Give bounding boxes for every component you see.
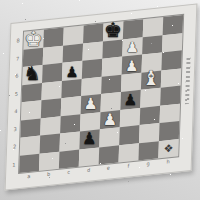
square-c5[interactable] <box>61 78 82 98</box>
square-e1[interactable] <box>99 145 120 165</box>
square-h4[interactable] <box>160 86 181 106</box>
square-h6[interactable] <box>161 50 182 70</box>
square-a2[interactable] <box>20 136 41 156</box>
square-h7[interactable] <box>162 33 183 53</box>
square-c4[interactable] <box>61 96 82 116</box>
square-h8[interactable] <box>163 15 184 35</box>
file-label-f: f <box>118 162 138 169</box>
square-b2[interactable] <box>40 133 61 153</box>
rank-label-2: 2 <box>10 144 19 150</box>
file-label-d: d <box>79 167 99 174</box>
black-knight-a6[interactable]: ♞ <box>22 58 42 84</box>
square-g1[interactable] <box>138 141 159 161</box>
rank-label-5: 5 <box>12 91 21 97</box>
black-pawn-f4[interactable]: ♟ <box>120 86 140 108</box>
brand-text-vertical <box>185 57 191 104</box>
square-b4[interactable] <box>41 98 62 118</box>
square-f3[interactable] <box>120 107 141 127</box>
square-c8[interactable] <box>63 25 84 45</box>
square-b6[interactable] <box>42 63 63 83</box>
square-e5[interactable] <box>101 74 122 94</box>
square-a1[interactable] <box>19 153 40 173</box>
white-bishop-g5[interactable]: ♝ <box>141 62 161 88</box>
square-f2[interactable] <box>119 125 140 145</box>
square-c2[interactable] <box>59 131 80 151</box>
chess-board: ❖ <box>19 15 183 173</box>
square-b5[interactable] <box>41 80 62 100</box>
rank-label-8: 8 <box>14 38 23 44</box>
square-g3[interactable] <box>140 105 161 125</box>
square-h3[interactable] <box>160 103 181 123</box>
chessboard-photo: ❖ abcdefgh 87654321 ♚♚♟♞♟♟♝♟♟♟♟ <box>0 0 200 200</box>
square-b1[interactable] <box>39 151 60 171</box>
square-g4[interactable] <box>140 88 161 108</box>
square-g7[interactable] <box>142 35 163 55</box>
black-pawn-d2[interactable]: ♟ <box>79 126 99 148</box>
square-c3[interactable] <box>60 114 81 134</box>
chess-mat: ❖ abcdefgh 87654321 ♚♚♟♞♟♟♝♟♟♟♟ <box>5 3 198 190</box>
file-label-c: c <box>59 169 79 176</box>
square-b8[interactable] <box>43 28 64 48</box>
square-a5[interactable] <box>22 83 43 103</box>
file-label-e: e <box>98 165 118 172</box>
rank-label-6: 6 <box>12 73 21 79</box>
file-label-g: g <box>138 160 158 167</box>
square-b3[interactable] <box>40 116 61 136</box>
square-h2[interactable] <box>159 121 180 141</box>
square-a3[interactable] <box>20 118 41 138</box>
file-label-a: a <box>19 173 39 180</box>
rank-label-3: 3 <box>11 126 20 132</box>
square-d7[interactable] <box>82 41 103 61</box>
square-d8[interactable] <box>83 23 104 43</box>
square-h1[interactable]: ❖ <box>158 139 179 159</box>
white-pawn-d4[interactable]: ♟ <box>81 91 101 113</box>
rank-label-1: 1 <box>9 161 18 167</box>
square-c1[interactable] <box>59 149 80 169</box>
square-g2[interactable] <box>139 123 160 143</box>
square-h5[interactable] <box>161 68 182 88</box>
square-a4[interactable] <box>21 100 42 120</box>
rank-label-4: 4 <box>11 108 20 114</box>
square-e2[interactable] <box>99 127 120 147</box>
file-label-b: b <box>39 171 59 178</box>
square-b7[interactable] <box>43 45 64 65</box>
square-g8[interactable] <box>143 17 164 37</box>
square-e6[interactable] <box>102 57 123 77</box>
black-pawn-c6[interactable]: ♟ <box>62 58 82 80</box>
file-label-h: h <box>158 158 178 165</box>
square-d6[interactable] <box>82 59 103 79</box>
white-king-a8[interactable]: ♚ <box>23 21 43 49</box>
square-f1[interactable] <box>119 143 140 163</box>
board-maker-emblem: ❖ <box>163 142 173 154</box>
white-pawn-f6[interactable]: ♟ <box>122 51 142 73</box>
black-king-e8[interactable]: ♚ <box>103 12 123 40</box>
white-pawn-e3[interactable]: ♟ <box>100 106 120 128</box>
square-d1[interactable] <box>79 147 100 167</box>
rank-label-7: 7 <box>13 56 22 62</box>
